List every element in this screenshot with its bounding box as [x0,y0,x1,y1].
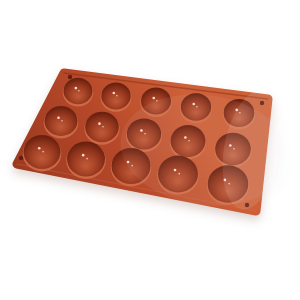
cavity-sparkle [61,120,63,122]
cavity-sparkle [116,95,118,97]
mold-illustration [0,0,300,300]
corner-hole [68,75,72,79]
cavity-dome [64,78,93,104]
cavity [66,142,106,179]
cavity-dome [45,106,78,136]
cavity-dome [101,83,130,110]
cavity [23,135,62,171]
cavity-dome [85,112,119,143]
cavity-sparkle [102,126,104,128]
cavity-sparkle [78,90,80,92]
cavity-sparkle [98,122,101,125]
cavity-sparkle [152,97,155,100]
cavity-sparkle [86,158,88,160]
cavity-sparkle [75,87,78,90]
cavity [84,112,119,145]
cavity-dome [67,142,105,177]
mold-body-group [17,73,297,216]
cavity-sparkle [57,116,60,119]
cavity-sparkle [112,92,115,95]
cavity-sparkle [42,151,44,153]
cavity [101,83,132,112]
cavity-dome [24,135,61,169]
cavity [44,106,79,138]
cavity [63,78,94,107]
product-photo-scene [0,0,300,300]
cavity-sparkle [82,154,85,157]
cavity-sparkle [38,147,41,150]
corner-hole [19,156,23,160]
